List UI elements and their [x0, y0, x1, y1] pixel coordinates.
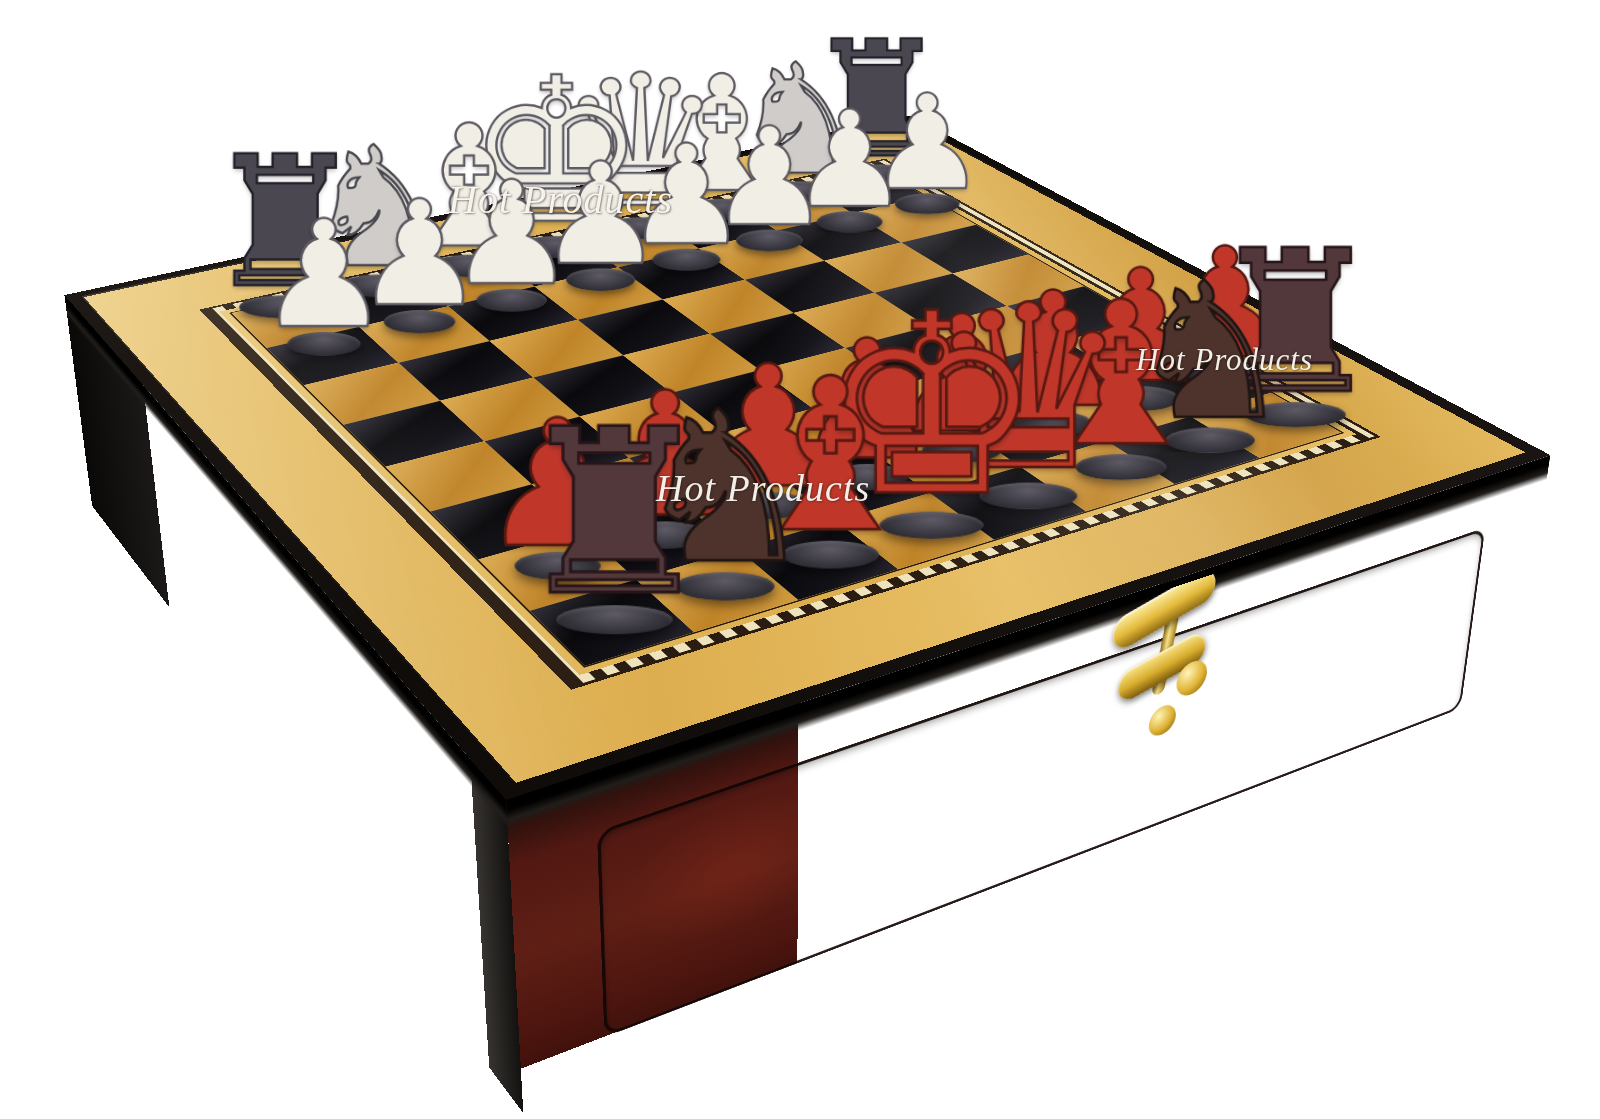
- chess-board-box: ♜♞♝♚♛♝♞♜♟♟♟♟♟♟♟♟♟♟♟♟♟♟♟♟♜♞♝♚♛♝♞♜: [64, 115, 1550, 799]
- product-photo-scene: ♜♞♝♚♛♝♞♜♟♟♟♟♟♟♟♟♟♟♟♟♟♟♟♟♜♞♝♚♛♝♞♜: [0, 0, 1600, 1119]
- rook-glyph: ♜: [512, 402, 716, 625]
- perspective-wrap: ♜♞♝♚♛♝♞♜♟♟♟♟♟♟♟♟♟♟♟♟♟♟♟♟♜♞♝♚♛♝♞♜: [0, 0, 1600, 1119]
- watermark: Hot Products: [656, 466, 870, 510]
- latch-mid-plate: [1117, 629, 1207, 706]
- piece-stone-base: [287, 332, 360, 356]
- watermark: Hot Products: [448, 176, 673, 223]
- watermark: Hot Products: [1136, 342, 1313, 378]
- pawn-glyph: ♟: [257, 202, 390, 347]
